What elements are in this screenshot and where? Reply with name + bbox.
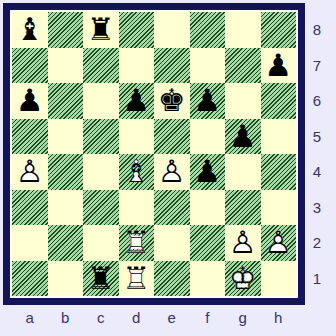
rank-label-7: 7 — [305, 48, 329, 84]
file-label-c: c — [83, 303, 119, 331]
square-d4[interactable]: ♝♗ — [119, 154, 155, 190]
square-g3[interactable] — [225, 190, 261, 226]
square-h3[interactable] — [261, 190, 297, 226]
rank-label-3: 3 — [305, 190, 329, 226]
square-b7[interactable] — [48, 48, 84, 84]
square-h2[interactable]: ♟♙ — [261, 225, 297, 261]
piece-black-pawn: ♟ — [225, 119, 261, 155]
piece-black-pawn: ♟ — [190, 154, 226, 190]
piece-white-outline: ♖ — [119, 225, 155, 261]
piece-white-outline: ♙ — [154, 154, 190, 190]
square-c7[interactable] — [83, 48, 119, 84]
square-g4[interactable] — [225, 154, 261, 190]
square-h7[interactable]: ♟ — [261, 48, 297, 84]
chess-diagram: ♝♜♟♟♟♚♟♟♟♙♝♗♟♙♟♜♖♟♙♟♙♜♜♖♚♔ 87654321 abcd… — [0, 0, 336, 336]
piece-white-outline: ♙ — [225, 225, 261, 261]
square-a8[interactable]: ♝ — [12, 12, 48, 48]
square-d1[interactable]: ♜♖ — [119, 261, 155, 297]
square-a1[interactable] — [12, 261, 48, 297]
square-b5[interactable] — [48, 119, 84, 155]
square-g5[interactable]: ♟ — [225, 119, 261, 155]
piece-white-pawn: ♟♙ — [12, 154, 48, 190]
piece-black-pawn: ♟ — [190, 83, 226, 119]
square-g6[interactable] — [225, 83, 261, 119]
square-b6[interactable] — [48, 83, 84, 119]
square-d5[interactable] — [119, 119, 155, 155]
piece-white-pawn: ♟♙ — [225, 225, 261, 261]
rank-label-8: 8 — [305, 12, 329, 48]
rank-label-4: 4 — [305, 154, 329, 190]
square-c6[interactable] — [83, 83, 119, 119]
square-d3[interactable] — [119, 190, 155, 226]
file-label-e: e — [154, 303, 190, 331]
file-label-d: d — [119, 303, 155, 331]
piece-white-rook: ♜♖ — [119, 261, 155, 297]
square-f8[interactable] — [190, 12, 226, 48]
square-f6[interactable]: ♟ — [190, 83, 226, 119]
square-e3[interactable] — [154, 190, 190, 226]
square-e4[interactable]: ♟♙ — [154, 154, 190, 190]
square-b3[interactable] — [48, 190, 84, 226]
square-h4[interactable] — [261, 154, 297, 190]
square-h8[interactable] — [261, 12, 297, 48]
piece-white-outline: ♔ — [225, 261, 261, 297]
square-f7[interactable] — [190, 48, 226, 84]
square-h5[interactable] — [261, 119, 297, 155]
piece-white-outline: ♗ — [119, 154, 155, 190]
piece-white-rook: ♜♖ — [119, 225, 155, 261]
square-e6[interactable]: ♚ — [154, 83, 190, 119]
square-b2[interactable] — [48, 225, 84, 261]
file-label-h: h — [261, 303, 297, 331]
square-g8[interactable] — [225, 12, 261, 48]
square-a6[interactable]: ♟ — [12, 83, 48, 119]
square-b1[interactable] — [48, 261, 84, 297]
file-labels: abcdefgh — [12, 303, 296, 331]
rank-label-1: 1 — [305, 261, 329, 297]
file-label-f: f — [190, 303, 226, 331]
piece-white-king: ♚♔ — [225, 261, 261, 297]
square-c5[interactable] — [83, 119, 119, 155]
rank-label-2: 2 — [305, 225, 329, 261]
piece-black-bishop: ♝ — [12, 12, 48, 48]
square-d2[interactable]: ♜♖ — [119, 225, 155, 261]
piece-black-rook: ♜ — [83, 12, 119, 48]
chess-board: ♝♜♟♟♟♚♟♟♟♙♝♗♟♙♟♜♖♟♙♟♙♜♜♖♚♔ — [12, 12, 296, 296]
board-frame: ♝♜♟♟♟♚♟♟♟♙♝♗♟♙♟♜♖♟♙♟♙♜♜♖♚♔ — [3, 3, 305, 305]
square-c4[interactable] — [83, 154, 119, 190]
piece-white-bishop: ♝♗ — [119, 154, 155, 190]
rank-labels: 87654321 — [305, 12, 329, 296]
square-d6[interactable]: ♟ — [119, 83, 155, 119]
square-c2[interactable] — [83, 225, 119, 261]
square-c8[interactable]: ♜ — [83, 12, 119, 48]
square-e5[interactable] — [154, 119, 190, 155]
square-b4[interactable] — [48, 154, 84, 190]
square-c3[interactable] — [83, 190, 119, 226]
piece-black-king: ♚ — [154, 83, 190, 119]
file-label-g: g — [225, 303, 261, 331]
square-b8[interactable] — [48, 12, 84, 48]
square-f4[interactable]: ♟ — [190, 154, 226, 190]
square-e8[interactable] — [154, 12, 190, 48]
file-label-a: a — [12, 303, 48, 331]
square-e2[interactable] — [154, 225, 190, 261]
square-h1[interactable] — [261, 261, 297, 297]
square-e7[interactable] — [154, 48, 190, 84]
square-a5[interactable] — [12, 119, 48, 155]
piece-black-rook: ♜ — [83, 261, 119, 297]
piece-white-outline: ♖ — [119, 261, 155, 297]
square-d8[interactable] — [119, 12, 155, 48]
square-a3[interactable] — [12, 190, 48, 226]
square-f3[interactable] — [190, 190, 226, 226]
square-d7[interactable] — [119, 48, 155, 84]
square-a7[interactable] — [12, 48, 48, 84]
piece-white-pawn: ♟♙ — [154, 154, 190, 190]
piece-white-outline: ♙ — [12, 154, 48, 190]
square-h6[interactable] — [261, 83, 297, 119]
piece-black-pawn: ♟ — [261, 48, 297, 84]
square-g7[interactable] — [225, 48, 261, 84]
piece-white-outline: ♙ — [261, 225, 297, 261]
piece-white-pawn: ♟♙ — [261, 225, 297, 261]
file-label-b: b — [48, 303, 84, 331]
rank-label-5: 5 — [305, 119, 329, 155]
square-f5[interactable] — [190, 119, 226, 155]
square-f1[interactable] — [190, 261, 226, 297]
square-a2[interactable] — [12, 225, 48, 261]
square-g2[interactable]: ♟♙ — [225, 225, 261, 261]
square-f2[interactable] — [190, 225, 226, 261]
square-e1[interactable] — [154, 261, 190, 297]
square-c1[interactable]: ♜ — [83, 261, 119, 297]
square-a4[interactable]: ♟♙ — [12, 154, 48, 190]
piece-black-pawn: ♟ — [12, 83, 48, 119]
piece-black-pawn: ♟ — [119, 83, 155, 119]
rank-label-6: 6 — [305, 83, 329, 119]
square-g1[interactable]: ♚♔ — [225, 261, 261, 297]
